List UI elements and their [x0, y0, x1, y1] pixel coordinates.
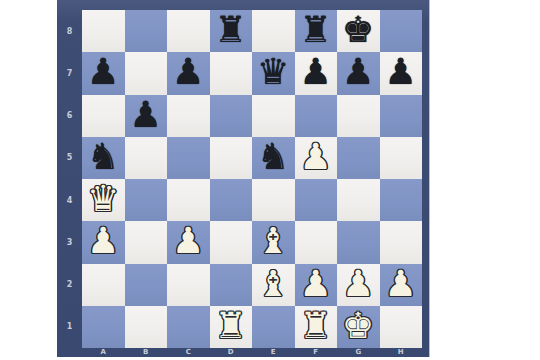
square-c6[interactable] [167, 95, 210, 137]
chess-board-frame: 87654321 ♜♜♚♟♟♛♟♟♟♟♞♞♟♛♟♟♝♝♟♟♟♜♜♚ ABCDEF… [57, 0, 430, 357]
file-label-g: G [337, 348, 380, 357]
square-g4[interactable] [337, 179, 380, 221]
black-pawn-g7: ♟ [342, 51, 374, 93]
white-rook-f1: ♜ [300, 305, 332, 347]
white-rook-d1: ♜ [215, 305, 247, 347]
black-knight-e5: ♞ [257, 136, 289, 178]
black-rook-f8: ♜ [300, 9, 332, 51]
white-bishop-e2: ♝ [257, 263, 289, 305]
square-e2[interactable]: ♝ [252, 264, 295, 306]
square-c7[interactable]: ♟ [167, 52, 210, 94]
rank-labels: 87654321 [57, 10, 82, 348]
black-pawn-a7: ♟ [87, 51, 119, 93]
file-label-a: A [82, 348, 125, 357]
square-b6[interactable]: ♟ [125, 95, 168, 137]
square-e5[interactable]: ♞ [252, 137, 295, 179]
square-b3[interactable] [125, 221, 168, 263]
square-d7[interactable] [210, 52, 253, 94]
chess-board: ♜♜♚♟♟♛♟♟♟♟♞♞♟♛♟♟♝♝♟♟♟♜♜♚ [82, 10, 422, 348]
square-f8[interactable]: ♜ [295, 10, 338, 52]
square-e3[interactable]: ♝ [252, 221, 295, 263]
square-b2[interactable] [125, 264, 168, 306]
square-b4[interactable] [125, 179, 168, 221]
square-g1[interactable]: ♚ [337, 306, 380, 348]
square-f7[interactable]: ♟ [295, 52, 338, 94]
white-pawn-h2: ♟ [385, 263, 417, 305]
page: 87654321 ♜♜♚♟♟♛♟♟♟♟♞♞♟♛♟♟♝♝♟♟♟♜♜♚ ABCDEF… [0, 0, 540, 360]
square-g3[interactable] [337, 221, 380, 263]
rank-label-8: 8 [57, 10, 82, 52]
square-e1[interactable] [252, 306, 295, 348]
square-e7[interactable]: ♛ [252, 52, 295, 94]
square-a7[interactable]: ♟ [82, 52, 125, 94]
square-c3[interactable]: ♟ [167, 221, 210, 263]
square-c4[interactable] [167, 179, 210, 221]
black-queen-e7: ♛ [257, 51, 289, 93]
square-d6[interactable] [210, 95, 253, 137]
square-h8[interactable] [380, 10, 423, 52]
square-f6[interactable] [295, 95, 338, 137]
black-pawn-c7: ♟ [172, 51, 204, 93]
black-rook-d8: ♜ [215, 9, 247, 51]
square-c8[interactable] [167, 10, 210, 52]
square-c5[interactable] [167, 137, 210, 179]
square-e8[interactable] [252, 10, 295, 52]
white-pawn-g2: ♟ [342, 263, 374, 305]
square-d3[interactable] [210, 221, 253, 263]
black-knight-a5: ♞ [87, 136, 119, 178]
square-h2[interactable]: ♟ [380, 264, 423, 306]
rank-label-7: 7 [57, 52, 82, 94]
black-pawn-b6: ♟ [130, 94, 162, 136]
square-f1[interactable]: ♜ [295, 306, 338, 348]
rank-label-5: 5 [57, 137, 82, 179]
square-b8[interactable] [125, 10, 168, 52]
square-a2[interactable] [82, 264, 125, 306]
square-a6[interactable] [82, 95, 125, 137]
white-king-g1: ♚ [342, 305, 374, 347]
square-a1[interactable] [82, 306, 125, 348]
file-label-e: E [252, 348, 295, 357]
rank-label-3: 3 [57, 221, 82, 263]
square-d5[interactable] [210, 137, 253, 179]
square-a3[interactable]: ♟ [82, 221, 125, 263]
square-g2[interactable]: ♟ [337, 264, 380, 306]
square-g8[interactable]: ♚ [337, 10, 380, 52]
rank-label-1: 1 [57, 306, 82, 348]
square-b1[interactable] [125, 306, 168, 348]
black-king-g8: ♚ [342, 9, 374, 51]
file-label-f: F [295, 348, 338, 357]
white-pawn-f5: ♟ [300, 136, 332, 178]
square-h4[interactable] [380, 179, 423, 221]
square-c1[interactable] [167, 306, 210, 348]
square-h3[interactable] [380, 221, 423, 263]
rank-label-4: 4 [57, 179, 82, 221]
square-g7[interactable]: ♟ [337, 52, 380, 94]
square-d2[interactable] [210, 264, 253, 306]
square-c2[interactable] [167, 264, 210, 306]
square-d1[interactable]: ♜ [210, 306, 253, 348]
square-f5[interactable]: ♟ [295, 137, 338, 179]
square-g6[interactable] [337, 95, 380, 137]
square-b5[interactable] [125, 137, 168, 179]
white-bishop-e3: ♝ [257, 220, 289, 262]
square-e4[interactable] [252, 179, 295, 221]
file-label-c: C [167, 348, 210, 357]
square-d4[interactable] [210, 179, 253, 221]
file-label-b: B [125, 348, 168, 357]
black-pawn-f7: ♟ [300, 51, 332, 93]
square-f3[interactable] [295, 221, 338, 263]
white-pawn-a3: ♟ [87, 220, 119, 262]
square-h6[interactable] [380, 95, 423, 137]
square-h7[interactable]: ♟ [380, 52, 423, 94]
square-a5[interactable]: ♞ [82, 137, 125, 179]
square-d8[interactable]: ♜ [210, 10, 253, 52]
square-f4[interactable] [295, 179, 338, 221]
square-f2[interactable]: ♟ [295, 264, 338, 306]
square-h5[interactable] [380, 137, 423, 179]
square-g5[interactable] [337, 137, 380, 179]
white-pawn-c3: ♟ [172, 220, 204, 262]
square-e6[interactable] [252, 95, 295, 137]
file-labels: ABCDEFGH [82, 348, 422, 357]
file-label-h: H [380, 348, 423, 357]
white-queen-a4: ♛ [87, 178, 119, 220]
black-pawn-h7: ♟ [385, 51, 417, 93]
white-pawn-f2: ♟ [300, 263, 332, 305]
file-label-d: D [210, 348, 253, 357]
rank-label-6: 6 [57, 95, 82, 137]
square-h1[interactable] [380, 306, 423, 348]
square-a8[interactable] [82, 10, 125, 52]
rank-label-2: 2 [57, 264, 82, 306]
square-a4[interactable]: ♛ [82, 179, 125, 221]
square-b7[interactable] [125, 52, 168, 94]
